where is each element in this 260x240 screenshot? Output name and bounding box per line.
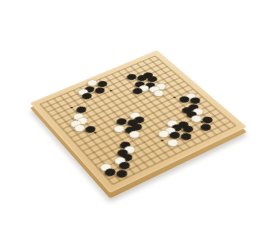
hoshi-point: [94, 132, 97, 134]
go-board-photo: ●●●●●●●●●●●●●●●●●●●●●●●●●●●●●●●●●●●●●●●●…: [0, 0, 260, 240]
hoshi-point: [119, 159, 122, 161]
hoshi-point: [110, 90, 113, 92]
board-grid: [30, 50, 247, 193]
hoshi-point: [70, 107, 73, 109]
go-board: ●●●●●●●●●●●●●●●●●●●●●●●●●●●●●●●●●●●●●●●●…: [30, 50, 247, 193]
